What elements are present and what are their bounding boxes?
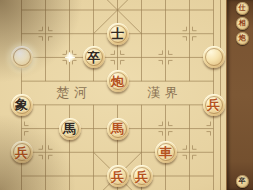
river-label-right: 漢界: [147, 84, 183, 102]
piece-red-車[interactable]: 車: [155, 141, 177, 163]
piece-character: 兵: [207, 98, 220, 111]
piece-face-down[interactable]: [203, 46, 225, 68]
piece-red-兵[interactable]: 兵: [131, 165, 153, 187]
captured-piece-character: 仕: [239, 5, 246, 12]
captured-tray-bottom: 卒: [234, 175, 250, 190]
piece-black-卒[interactable]: 卒: [83, 46, 105, 68]
piece-character: 炮: [111, 75, 124, 88]
piece-character: 士: [111, 27, 124, 40]
captured-piece-icon-卒: 卒: [236, 175, 249, 188]
piece-character: 車: [159, 146, 172, 159]
piece-character: 馬: [111, 122, 124, 135]
captured-piece-icon-仕: 仕: [236, 2, 249, 15]
captured-tray-top: 仕相炮: [234, 2, 250, 47]
piece-character: 兵: [111, 170, 124, 183]
captured-piece-character: 卒: [239, 178, 246, 185]
piece-ring: [13, 48, 31, 66]
piece-red-兵[interactable]: 兵: [107, 165, 129, 187]
piece-black-馬[interactable]: 馬: [59, 118, 81, 140]
river-label-left: 楚河: [56, 84, 92, 102]
piece-black-士[interactable]: 士: [107, 23, 129, 45]
piece-character: 兵: [135, 170, 148, 183]
piece-red-炮[interactable]: 炮: [107, 70, 129, 92]
piece-character: 象: [15, 98, 28, 111]
piece-character: 馬: [63, 122, 76, 135]
captured-piece-character: 相: [239, 20, 246, 27]
captured-piece-icon-炮: 炮: [236, 32, 249, 45]
xiangqi-board[interactable]: 楚河 漢界 士卒炮象兵馬馬兵車兵兵 仕相炮 卒: [0, 0, 253, 190]
piece-red-兵[interactable]: 兵: [203, 94, 225, 116]
piece-red-兵[interactable]: 兵: [11, 141, 33, 163]
captured-piece-icon-相: 相: [236, 17, 249, 30]
piece-black-象[interactable]: 象: [11, 94, 33, 116]
captured-piece-character: 炮: [239, 35, 246, 42]
piece-ring: [205, 48, 223, 66]
last-move-marker: [65, 52, 75, 62]
piece-red-馬[interactable]: 馬: [107, 118, 129, 140]
piece-character: 兵: [15, 146, 28, 159]
piece-character: 卒: [87, 51, 100, 64]
piece-face-down[interactable]: [11, 46, 33, 68]
